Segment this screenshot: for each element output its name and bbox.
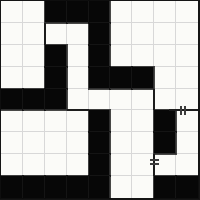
path-cell[interactable] (176, 89, 198, 111)
path-cell[interactable] (176, 132, 198, 154)
wall-cell[interactable] (89, 176, 111, 198)
path-cell[interactable] (67, 67, 89, 89)
wall-cell[interactable] (89, 67, 111, 89)
path-cell[interactable] (1, 132, 23, 154)
path-cell[interactable] (154, 89, 176, 111)
path-cell[interactable] (154, 67, 176, 89)
path-cell[interactable] (67, 89, 89, 111)
path-cell[interactable] (45, 132, 67, 154)
wall-cell[interactable] (45, 67, 67, 89)
path-cell[interactable] (23, 1, 45, 23)
path-cell[interactable] (154, 1, 176, 23)
path-cell[interactable] (23, 154, 45, 176)
path-cell[interactable] (1, 154, 23, 176)
path-cell[interactable] (1, 45, 23, 67)
path-cell[interactable] (132, 132, 154, 154)
path-cell[interactable] (1, 67, 23, 89)
path-cell[interactable] (176, 45, 198, 67)
path-cell[interactable] (45, 23, 67, 45)
wall-cell[interactable] (23, 176, 45, 198)
path-cell[interactable] (23, 23, 45, 45)
path-cell[interactable] (110, 89, 132, 111)
path-cell[interactable] (132, 23, 154, 45)
wall-cell[interactable] (154, 110, 176, 132)
wall-cell[interactable] (67, 176, 89, 198)
path-cell[interactable] (154, 23, 176, 45)
path-cell[interactable] (67, 45, 89, 67)
wall-cell[interactable] (89, 110, 111, 132)
path-cell[interactable] (67, 23, 89, 45)
path-cell[interactable] (110, 154, 132, 176)
path-cell[interactable] (110, 176, 132, 198)
path-cell[interactable] (132, 45, 154, 67)
wall-cell[interactable] (154, 176, 176, 198)
path-cell[interactable] (132, 1, 154, 23)
path-cell[interactable] (23, 45, 45, 67)
path-cell[interactable] (110, 45, 132, 67)
path-cell[interactable] (23, 132, 45, 154)
path-cell[interactable] (132, 110, 154, 132)
wall-cell[interactable] (89, 23, 111, 45)
path-cell[interactable] (1, 110, 23, 132)
path-cell[interactable] (45, 154, 67, 176)
path-cell[interactable] (154, 154, 176, 176)
path-cell[interactable] (1, 1, 23, 23)
wall-cell[interactable] (176, 176, 198, 198)
maze-diagram (0, 0, 200, 200)
wall-cell[interactable] (45, 1, 67, 23)
cell-grid (1, 1, 198, 198)
path-cell[interactable] (110, 1, 132, 23)
path-cell[interactable] (67, 132, 89, 154)
path-cell[interactable] (23, 67, 45, 89)
path-cell[interactable] (132, 89, 154, 111)
path-cell[interactable] (110, 132, 132, 154)
wall-cell[interactable] (45, 176, 67, 198)
path-cell[interactable] (132, 154, 154, 176)
maze-board[interactable] (0, 0, 200, 200)
wall-cell[interactable] (1, 89, 23, 111)
wall-cell[interactable] (67, 1, 89, 23)
wall-cell[interactable] (89, 1, 111, 23)
path-cell[interactable] (176, 110, 198, 132)
path-cell[interactable] (110, 110, 132, 132)
path-cell[interactable] (132, 176, 154, 198)
path-cell[interactable] (154, 45, 176, 67)
wall-cell[interactable] (89, 154, 111, 176)
path-cell[interactable] (110, 23, 132, 45)
path-cell[interactable] (176, 23, 198, 45)
wall-cell[interactable] (45, 89, 67, 111)
path-cell[interactable] (45, 110, 67, 132)
path-cell[interactable] (176, 154, 198, 176)
wall-cell[interactable] (45, 45, 67, 67)
path-cell[interactable] (67, 154, 89, 176)
wall-cell[interactable] (89, 132, 111, 154)
wall-cell[interactable] (89, 45, 111, 67)
wall-cell[interactable] (23, 89, 45, 111)
path-cell[interactable] (89, 89, 111, 111)
path-cell[interactable] (1, 23, 23, 45)
wall-cell[interactable] (154, 132, 176, 154)
wall-cell[interactable] (110, 67, 132, 89)
path-cell[interactable] (23, 110, 45, 132)
path-cell[interactable] (176, 1, 198, 23)
path-cell[interactable] (67, 110, 89, 132)
wall-cell[interactable] (1, 176, 23, 198)
wall-cell[interactable] (132, 67, 154, 89)
path-cell[interactable] (176, 67, 198, 89)
